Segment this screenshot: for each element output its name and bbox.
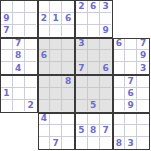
cell-r8c6[interactable] bbox=[62, 88, 74, 100]
cell-r1c4[interactable] bbox=[39, 1, 51, 13]
box-r1c3: 2639 bbox=[75, 0, 113, 38]
cell-r1c2[interactable] bbox=[13, 1, 25, 13]
given-digit: 6 bbox=[102, 63, 108, 72]
cell-r1c7[interactable]: 2 bbox=[76, 1, 88, 13]
given-digit: 3 bbox=[78, 39, 84, 48]
cell-r2c7[interactable] bbox=[76, 13, 88, 25]
given-digit: 6 bbox=[90, 1, 96, 10]
cell-r2c5[interactable]: 1 bbox=[50, 13, 62, 25]
cell-r1c3[interactable] bbox=[25, 1, 37, 13]
cell-r7c12[interactable] bbox=[137, 76, 149, 88]
cell-r1c8[interactable]: 6 bbox=[88, 1, 100, 13]
cell-r5c9[interactable] bbox=[100, 50, 112, 62]
cell-r12c7[interactable] bbox=[76, 137, 88, 149]
cell-r5c4[interactable]: 6 bbox=[39, 50, 51, 62]
cell-r4c12[interactable]: 7 bbox=[137, 39, 149, 51]
cell-r11c5[interactable] bbox=[50, 125, 62, 137]
cell-r9c3[interactable]: 2 bbox=[25, 100, 37, 112]
cell-r2c8[interactable] bbox=[88, 13, 100, 25]
cell-r7c1[interactable] bbox=[1, 76, 13, 88]
box-r4c2: 47 bbox=[38, 113, 76, 151]
given-digit: 5 bbox=[78, 126, 84, 135]
cell-r5c1[interactable] bbox=[1, 50, 13, 62]
cell-r5c12[interactable]: 9 bbox=[137, 50, 149, 62]
cell-r3c1[interactable]: 7 bbox=[1, 25, 13, 37]
given-digit: 3 bbox=[128, 138, 134, 147]
sudoku-board: 9721626397846376679312857694758783 bbox=[0, 0, 150, 150]
cell-r2c6[interactable]: 6 bbox=[62, 13, 74, 25]
given-digit: 7 bbox=[15, 39, 21, 48]
cell-r8c1[interactable]: 1 bbox=[1, 88, 13, 100]
box-r3c1: 12 bbox=[0, 75, 38, 113]
given-digit: 6 bbox=[128, 88, 134, 97]
given-digit: 2 bbox=[78, 1, 84, 10]
given-digit: 7 bbox=[78, 63, 84, 72]
given-digit: 1 bbox=[3, 88, 9, 97]
cell-r11c8[interactable]: 8 bbox=[88, 125, 100, 137]
cell-r10c6[interactable] bbox=[62, 114, 74, 126]
given-digit: 9 bbox=[102, 26, 108, 35]
cell-r3c2[interactable] bbox=[13, 25, 25, 37]
cell-r9c7[interactable] bbox=[76, 100, 88, 112]
cell-r2c4[interactable]: 2 bbox=[39, 13, 51, 25]
box-r2c2: 6 bbox=[38, 38, 76, 76]
cell-r3c7[interactable] bbox=[76, 25, 88, 37]
given-digit: 8 bbox=[15, 51, 21, 60]
box-r1c2: 216 bbox=[38, 0, 76, 38]
cell-r8c8[interactable] bbox=[88, 88, 100, 100]
cell-r11c12[interactable] bbox=[137, 125, 149, 137]
cell-r7c9[interactable] bbox=[100, 76, 112, 88]
cell-r9c5[interactable] bbox=[50, 100, 62, 112]
cell-r1c6[interactable] bbox=[62, 1, 74, 13]
given-digit: 6 bbox=[41, 51, 47, 60]
cell-r10c9[interactable] bbox=[100, 114, 112, 126]
box-r4c4: 83 bbox=[113, 113, 151, 151]
given-digit: 7 bbox=[102, 126, 108, 135]
cell-r11c9[interactable]: 7 bbox=[100, 125, 112, 137]
box-r2c3: 376 bbox=[75, 38, 113, 76]
cell-r8c9[interactable] bbox=[100, 88, 112, 100]
cell-r5c11[interactable] bbox=[125, 50, 137, 62]
cell-r12c5[interactable]: 7 bbox=[50, 137, 62, 149]
cell-r8c5[interactable] bbox=[50, 88, 62, 100]
cell-r5c6[interactable] bbox=[62, 50, 74, 62]
cell-r5c8[interactable] bbox=[88, 50, 100, 62]
cell-r9c9[interactable] bbox=[100, 100, 112, 112]
given-digit: 3 bbox=[102, 1, 108, 10]
cell-r1c9[interactable]: 3 bbox=[100, 1, 112, 13]
cell-r3c6[interactable] bbox=[62, 25, 74, 37]
given-digit: 8 bbox=[116, 138, 122, 147]
given-digit: 3 bbox=[140, 63, 146, 72]
given-digit: 7 bbox=[3, 26, 9, 35]
cell-r4c7[interactable]: 3 bbox=[76, 39, 88, 51]
cell-r12c6[interactable] bbox=[62, 137, 74, 149]
cell-r6c4[interactable] bbox=[39, 62, 51, 74]
cell-r8c3[interactable] bbox=[25, 88, 37, 100]
cell-r7c8[interactable] bbox=[88, 76, 100, 88]
cell-r5c2[interactable]: 8 bbox=[13, 50, 25, 62]
cell-r6c7[interactable]: 7 bbox=[76, 62, 88, 74]
cell-r7c10[interactable] bbox=[114, 76, 126, 88]
cell-r6c6[interactable] bbox=[62, 62, 74, 74]
cell-r9c4[interactable] bbox=[39, 100, 51, 112]
given-digit: 6 bbox=[116, 39, 122, 48]
cell-r6c11[interactable] bbox=[125, 62, 137, 74]
cell-r11c10[interactable] bbox=[114, 125, 126, 137]
given-digit: 7 bbox=[140, 39, 146, 48]
cell-r1c5[interactable] bbox=[50, 1, 62, 13]
cell-r12c11[interactable]: 3 bbox=[125, 137, 137, 149]
cell-r10c12[interactable] bbox=[137, 114, 149, 126]
cell-r3c4[interactable] bbox=[39, 25, 51, 37]
cell-r10c8[interactable] bbox=[88, 114, 100, 126]
cell-r4c6[interactable] bbox=[62, 39, 74, 51]
cell-r3c5[interactable] bbox=[50, 25, 62, 37]
given-digit: 8 bbox=[65, 76, 71, 85]
cell-r5c7[interactable] bbox=[76, 50, 88, 62]
cell-r6c2[interactable]: 4 bbox=[13, 62, 25, 74]
cell-r6c3[interactable] bbox=[25, 62, 37, 74]
box-r3c4: 769 bbox=[113, 75, 151, 113]
cell-r3c9[interactable]: 9 bbox=[100, 25, 112, 37]
cell-r12c9[interactable] bbox=[100, 137, 112, 149]
cell-r8c4[interactable] bbox=[39, 88, 51, 100]
cell-r4c10[interactable]: 6 bbox=[114, 39, 126, 51]
cell-r7c3[interactable] bbox=[25, 76, 37, 88]
given-digit: 8 bbox=[90, 126, 96, 135]
cell-r4c5[interactable] bbox=[50, 39, 62, 51]
cell-r11c7[interactable]: 5 bbox=[76, 125, 88, 137]
cell-r9c11[interactable]: 9 bbox=[125, 100, 137, 112]
cell-r4c9[interactable] bbox=[100, 39, 112, 51]
cell-r4c1[interactable] bbox=[1, 39, 13, 51]
cell-r8c2[interactable] bbox=[13, 88, 25, 100]
cell-r5c10[interactable] bbox=[114, 50, 126, 62]
box-r2c1: 784 bbox=[0, 38, 38, 76]
cell-r10c5[interactable] bbox=[50, 114, 62, 126]
given-digit: 2 bbox=[41, 13, 47, 22]
cell-r6c9[interactable]: 6 bbox=[100, 62, 112, 74]
cell-r9c10[interactable] bbox=[114, 100, 126, 112]
cell-r8c10[interactable] bbox=[114, 88, 126, 100]
cell-r6c12[interactable]: 3 bbox=[137, 62, 149, 74]
given-digit: 4 bbox=[15, 63, 21, 72]
given-digit: 1 bbox=[53, 13, 59, 22]
cell-r4c4[interactable] bbox=[39, 39, 51, 51]
box-r1c1: 97 bbox=[0, 0, 38, 38]
given-digit: 9 bbox=[128, 101, 134, 110]
cell-r10c11[interactable] bbox=[125, 114, 137, 126]
cell-r11c11[interactable] bbox=[125, 125, 137, 137]
cell-r6c8[interactable] bbox=[88, 62, 100, 74]
cell-r7c4[interactable] bbox=[39, 76, 51, 88]
cell-r7c7[interactable] bbox=[76, 76, 88, 88]
given-digit: 5 bbox=[90, 101, 96, 110]
cell-r12c12[interactable] bbox=[137, 137, 149, 149]
outside-region bbox=[0, 113, 38, 151]
box-r4c3: 587 bbox=[75, 113, 113, 151]
cell-r4c11[interactable] bbox=[125, 39, 137, 51]
cell-r7c6[interactable]: 8 bbox=[62, 76, 74, 88]
cell-r12c8[interactable] bbox=[88, 137, 100, 149]
cell-r6c1[interactable] bbox=[1, 62, 13, 74]
cell-r4c8[interactable] bbox=[88, 39, 100, 51]
cell-r8c11[interactable]: 6 bbox=[125, 88, 137, 100]
cell-r4c3[interactable] bbox=[25, 39, 37, 51]
cell-r7c2[interactable] bbox=[13, 76, 25, 88]
cell-r11c4[interactable] bbox=[39, 125, 51, 137]
cell-r9c8[interactable]: 5 bbox=[88, 100, 100, 112]
given-digit: 4 bbox=[41, 114, 47, 123]
cell-r12c10[interactable]: 8 bbox=[114, 137, 126, 149]
cell-r10c7[interactable] bbox=[76, 114, 88, 126]
cell-r2c3[interactable] bbox=[25, 13, 37, 25]
box-r3c3: 5 bbox=[75, 75, 113, 113]
cell-r9c2[interactable] bbox=[13, 100, 25, 112]
cell-r11c6[interactable] bbox=[62, 125, 74, 137]
box-r2c4: 6793 bbox=[113, 38, 151, 76]
cell-r7c11[interactable]: 7 bbox=[125, 76, 137, 88]
cell-r6c10[interactable] bbox=[114, 62, 126, 74]
cell-r4c2[interactable]: 7 bbox=[13, 39, 25, 51]
given-digit: 7 bbox=[53, 138, 59, 147]
cell-r2c2[interactable] bbox=[13, 13, 25, 25]
cell-r7c5[interactable] bbox=[50, 76, 62, 88]
cell-r2c1[interactable]: 9 bbox=[1, 13, 13, 25]
cell-r1c1[interactable] bbox=[1, 1, 13, 13]
given-digit: 9 bbox=[3, 13, 9, 22]
given-digit: 6 bbox=[65, 13, 71, 22]
cell-r12c4[interactable] bbox=[39, 137, 51, 149]
given-digit: 9 bbox=[140, 51, 146, 60]
cell-r9c6[interactable] bbox=[62, 100, 74, 112]
cell-r10c4[interactable]: 4 bbox=[39, 114, 51, 126]
given-digit: 7 bbox=[128, 76, 134, 85]
cell-r9c12[interactable] bbox=[137, 100, 149, 112]
cell-r2c9[interactable] bbox=[100, 13, 112, 25]
box-r3c2: 8 bbox=[38, 75, 76, 113]
outside-region bbox=[113, 0, 151, 38]
cell-r3c3[interactable] bbox=[25, 25, 37, 37]
cell-r6c5[interactable] bbox=[50, 62, 62, 74]
cell-r10c10[interactable] bbox=[114, 114, 126, 126]
cell-r8c12[interactable] bbox=[137, 88, 149, 100]
given-digit: 2 bbox=[27, 101, 33, 110]
cell-r9c1[interactable] bbox=[1, 100, 13, 112]
cell-r3c8[interactable] bbox=[88, 25, 100, 37]
cell-r8c7[interactable] bbox=[76, 88, 88, 100]
cell-r5c3[interactable] bbox=[25, 50, 37, 62]
cell-r5c5[interactable] bbox=[50, 50, 62, 62]
